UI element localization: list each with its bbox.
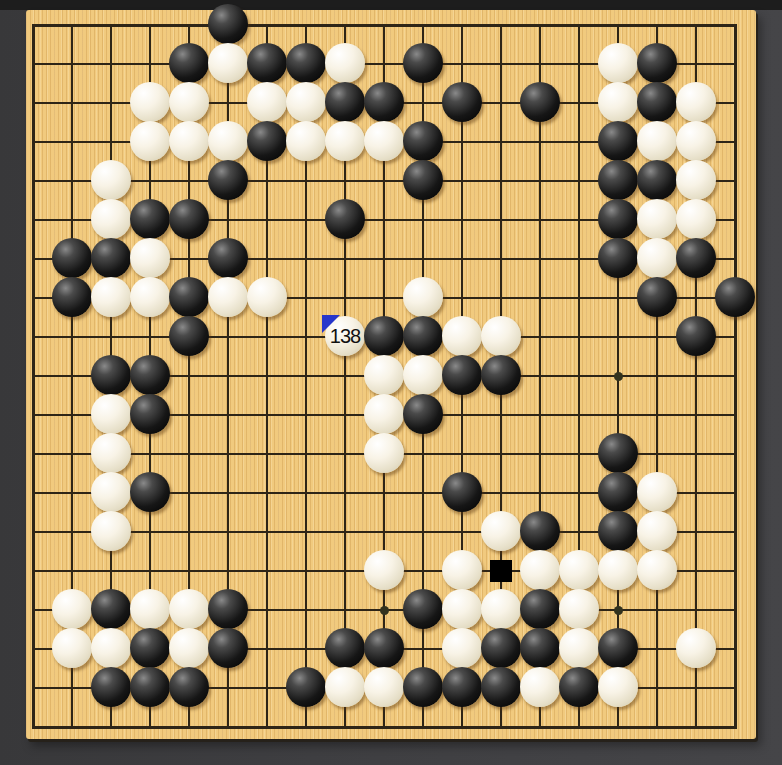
black-stone — [598, 199, 638, 239]
white-stone — [442, 589, 482, 629]
white-stone — [91, 199, 131, 239]
black-stone — [520, 589, 560, 629]
white-stone — [676, 160, 716, 200]
white-stone — [637, 472, 677, 512]
black-stone — [520, 82, 560, 122]
white-stone — [598, 82, 638, 122]
black-stone — [403, 160, 443, 200]
white-stone — [520, 550, 560, 590]
white-stone — [130, 238, 170, 278]
black-stone — [325, 199, 365, 239]
black-stone — [208, 628, 248, 668]
black-stone — [559, 667, 599, 707]
black-stone — [91, 238, 131, 278]
black-stone — [403, 121, 443, 161]
black-stone — [364, 316, 404, 356]
white-stone — [208, 121, 248, 161]
black-stone — [598, 121, 638, 161]
black-stone — [52, 238, 92, 278]
black-stone — [637, 43, 677, 83]
white-stone — [598, 550, 638, 590]
black-stone — [637, 277, 677, 317]
black-stone — [481, 667, 521, 707]
black-stone — [208, 589, 248, 629]
black-stone — [208, 238, 248, 278]
white-stone — [676, 82, 716, 122]
black-stone — [637, 160, 677, 200]
grid-line-vertical — [734, 24, 737, 729]
white-stone — [325, 121, 365, 161]
black-stone — [598, 433, 638, 473]
white-stone — [598, 43, 638, 83]
black-stone — [286, 667, 326, 707]
square-marker — [490, 560, 512, 582]
white-stone — [442, 316, 482, 356]
black-stone — [91, 355, 131, 395]
black-stone — [403, 316, 443, 356]
black-stone — [325, 628, 365, 668]
white-stone — [169, 628, 209, 668]
black-stone — [130, 472, 170, 512]
black-stone — [130, 394, 170, 434]
white-stone — [442, 628, 482, 668]
black-stone — [715, 277, 755, 317]
black-stone — [442, 472, 482, 512]
white-stone — [91, 511, 131, 551]
black-stone — [403, 394, 443, 434]
white-stone — [169, 82, 209, 122]
black-stone — [169, 43, 209, 83]
white-stone — [364, 355, 404, 395]
star-point — [614, 372, 623, 381]
white-stone — [637, 550, 677, 590]
black-stone — [481, 628, 521, 668]
black-stone — [598, 628, 638, 668]
black-stone — [637, 82, 677, 122]
white-stone — [364, 433, 404, 473]
black-stone — [169, 199, 209, 239]
black-stone — [208, 160, 248, 200]
go-board[interactable]: 138 — [26, 10, 756, 739]
black-stone — [52, 277, 92, 317]
white-stone — [130, 82, 170, 122]
window-top-edge — [0, 0, 782, 10]
last-move-stone: 138 — [325, 316, 365, 356]
white-stone — [91, 160, 131, 200]
black-stone — [130, 355, 170, 395]
white-stone — [52, 628, 92, 668]
white-stone — [208, 277, 248, 317]
black-stone — [598, 238, 638, 278]
black-stone — [286, 43, 326, 83]
black-stone — [403, 589, 443, 629]
white-stone — [442, 550, 482, 590]
black-stone — [169, 667, 209, 707]
black-stone — [676, 238, 716, 278]
white-stone — [325, 667, 365, 707]
white-stone — [91, 628, 131, 668]
white-stone — [169, 589, 209, 629]
white-stone — [637, 121, 677, 161]
white-stone — [325, 43, 365, 83]
white-stone — [403, 277, 443, 317]
black-stone — [169, 316, 209, 356]
black-stone — [598, 160, 638, 200]
black-stone — [91, 589, 131, 629]
black-stone — [247, 43, 287, 83]
white-stone — [286, 121, 326, 161]
white-stone — [364, 667, 404, 707]
white-stone — [676, 121, 716, 161]
black-stone — [91, 667, 131, 707]
black-stone — [130, 628, 170, 668]
app-window: 138 — [0, 0, 782, 765]
white-stone — [559, 550, 599, 590]
black-stone — [403, 667, 443, 707]
white-stone — [559, 589, 599, 629]
white-stone — [52, 589, 92, 629]
black-stone — [130, 667, 170, 707]
white-stone — [676, 199, 716, 239]
white-stone — [481, 511, 521, 551]
black-stone — [208, 4, 248, 44]
white-stone — [559, 628, 599, 668]
white-stone — [169, 121, 209, 161]
grid-line-horizontal — [32, 726, 737, 729]
black-stone — [442, 355, 482, 395]
star-point — [380, 606, 389, 615]
white-stone — [91, 433, 131, 473]
white-stone — [520, 667, 560, 707]
black-stone — [442, 82, 482, 122]
white-stone — [286, 82, 326, 122]
black-stone — [169, 277, 209, 317]
white-stone — [130, 277, 170, 317]
black-stone — [403, 43, 443, 83]
black-stone — [676, 316, 716, 356]
white-stone — [598, 667, 638, 707]
black-stone — [364, 628, 404, 668]
white-stone — [481, 589, 521, 629]
white-stone — [637, 511, 677, 551]
black-stone — [481, 355, 521, 395]
black-stone — [520, 511, 560, 551]
white-stone — [247, 82, 287, 122]
white-stone — [481, 316, 521, 356]
black-stone — [130, 199, 170, 239]
black-stone — [520, 628, 560, 668]
black-stone — [364, 82, 404, 122]
star-point — [614, 606, 623, 615]
white-stone — [208, 43, 248, 83]
black-stone — [325, 82, 365, 122]
white-stone — [364, 550, 404, 590]
white-stone — [364, 121, 404, 161]
white-stone — [91, 277, 131, 317]
black-stone — [598, 472, 638, 512]
white-stone — [91, 472, 131, 512]
white-stone — [403, 355, 443, 395]
white-stone — [637, 238, 677, 278]
white-stone — [364, 394, 404, 434]
white-stone — [130, 121, 170, 161]
black-stone — [598, 511, 638, 551]
black-stone — [247, 121, 287, 161]
white-stone — [676, 628, 716, 668]
white-stone — [637, 199, 677, 239]
move-number-label: 138 — [325, 316, 365, 356]
black-stone — [442, 667, 482, 707]
white-stone — [91, 394, 131, 434]
white-stone — [247, 277, 287, 317]
white-stone — [130, 589, 170, 629]
